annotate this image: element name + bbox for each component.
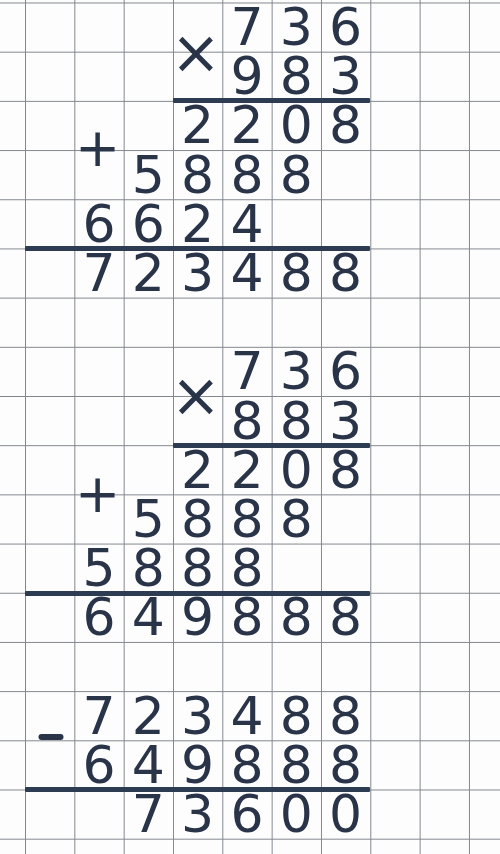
plus-sign: + <box>75 467 120 521</box>
operators-layer: ×+×+ <box>0 0 500 854</box>
squared-paper-sheet: 7369832208588866247234887368832208588858… <box>0 0 500 854</box>
multiply-sign: × <box>171 365 221 425</box>
plus-sign: + <box>75 121 120 175</box>
multiply-sign: × <box>171 22 221 82</box>
minus-sign <box>38 734 63 740</box>
